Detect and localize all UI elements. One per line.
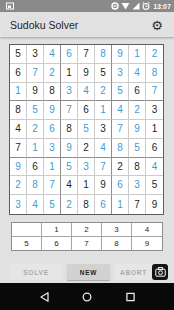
sudoku-cell-r5c5[interactable]: 5 <box>78 120 95 139</box>
recents-icon <box>126 292 135 302</box>
sudoku-cell-r5c4[interactable]: 8 <box>61 120 78 139</box>
settings-button[interactable]: ⚙ <box>148 16 166 34</box>
sudoku-cell-r8c1[interactable]: 2 <box>10 176 27 195</box>
sudoku-cell-r4c1[interactable]: 8 <box>10 101 27 120</box>
numpad-clear-cell[interactable] <box>12 223 42 237</box>
sudoku-cell-r1c1[interactable]: 5 <box>10 45 27 64</box>
numpad-digit-5[interactable]: 5 <box>12 237 42 251</box>
sudoku-cell-r2c8[interactable]: 4 <box>129 64 146 83</box>
sudoku-cell-r3c6[interactable]: 2 <box>95 83 112 102</box>
sudoku-cell-r9c7[interactable]: 1 <box>112 195 129 214</box>
numpad-digit-7[interactable]: 7 <box>72 237 102 251</box>
sudoku-cell-r2c3[interactable]: 2 <box>44 64 61 83</box>
wifi-icon <box>121 2 130 10</box>
network-circle-icon <box>111 2 119 10</box>
sudoku-cell-r3c7[interactable]: 5 <box>112 83 129 102</box>
sudoku-board: 5346789126721953481983425678597614234268… <box>9 44 164 215</box>
numpad-digit-8[interactable]: 8 <box>102 237 132 251</box>
sudoku-cell-r8c5[interactable]: 1 <box>78 176 95 195</box>
sudoku-cell-r3c8[interactable]: 6 <box>129 83 146 102</box>
sudoku-cell-r3c3[interactable]: 8 <box>44 83 61 102</box>
sudoku-cell-r5c3[interactable]: 6 <box>44 120 61 139</box>
sudoku-cell-r5c7[interactable]: 7 <box>112 120 129 139</box>
sudoku-cell-r2c5[interactable]: 9 <box>78 64 95 83</box>
recents-button[interactable] <box>125 292 135 302</box>
navigation-bar <box>0 283 174 310</box>
sudoku-cell-r2c6[interactable]: 5 <box>95 64 112 83</box>
sudoku-cell-r3c1[interactable]: 1 <box>10 83 27 102</box>
sudoku-cell-r9c6[interactable]: 6 <box>95 195 112 214</box>
sudoku-cell-r5c1[interactable]: 4 <box>10 120 27 139</box>
back-icon <box>40 292 49 302</box>
camera-button[interactable] <box>152 264 168 280</box>
numpad-digit-4[interactable]: 4 <box>132 223 162 237</box>
sudoku-cell-r6c8[interactable]: 5 <box>129 139 146 158</box>
sudoku-cell-r3c5[interactable]: 4 <box>78 83 95 102</box>
sudoku-cell-r9c4[interactable]: 2 <box>61 195 78 214</box>
sudoku-cell-r9c9[interactable]: 9 <box>146 195 163 214</box>
sudoku-cell-r6c7[interactable]: 8 <box>112 139 129 158</box>
sudoku-cell-r7c7[interactable]: 2 <box>112 158 129 177</box>
sudoku-cell-r6c2[interactable]: 1 <box>27 139 44 158</box>
sudoku-cell-r1c9[interactable]: 2 <box>146 45 163 64</box>
numpad-digit-9[interactable]: 9 <box>132 237 162 251</box>
sudoku-cell-r4c5[interactable]: 6 <box>78 101 95 120</box>
numpad-digit-1[interactable]: 1 <box>42 223 72 237</box>
gear-icon: ⚙ <box>151 19 163 32</box>
sudoku-cell-r7c1[interactable]: 9 <box>10 158 27 177</box>
sudoku-cell-r2c7[interactable]: 3 <box>112 64 129 83</box>
sudoku-cell-r2c2[interactable]: 7 <box>27 64 44 83</box>
solve-button[interactable]: SOLVE <box>10 264 62 280</box>
sudoku-cell-r9c5[interactable]: 8 <box>78 195 95 214</box>
sudoku-cell-r4c2[interactable]: 5 <box>27 101 44 120</box>
sudoku-cell-r5c6[interactable]: 3 <box>95 120 112 139</box>
page-title: Sudoku Solver <box>10 19 78 31</box>
numpad-digit-3[interactable]: 3 <box>102 223 132 237</box>
sudoku-cell-r5c9[interactable]: 1 <box>146 120 163 139</box>
sudoku-cell-r1c4[interactable]: 6 <box>61 45 78 64</box>
numpad-digit-2[interactable]: 2 <box>72 223 102 237</box>
action-bar: SOLVE NEW ABORT <box>0 264 174 281</box>
screenshot-icon <box>6 2 14 10</box>
sudoku-cell-r5c8[interactable]: 9 <box>129 120 146 139</box>
sudoku-cell-r3c2[interactable]: 9 <box>27 83 44 102</box>
home-button[interactable] <box>82 292 92 302</box>
sudoku-cell-r7c6[interactable]: 7 <box>95 158 112 177</box>
sudoku-cell-r1c2[interactable]: 3 <box>27 45 44 64</box>
sudoku-cell-r4c4[interactable]: 7 <box>61 101 78 120</box>
abort-button[interactable]: ABORT <box>115 264 152 280</box>
new-button[interactable]: NEW <box>67 264 110 280</box>
sudoku-cell-r4c6[interactable]: 1 <box>95 101 112 120</box>
sudoku-cell-r8c4[interactable]: 4 <box>61 176 78 195</box>
sudoku-cell-r2c1[interactable]: 6 <box>10 64 27 83</box>
sudoku-cell-r9c8[interactable]: 7 <box>129 195 146 214</box>
sudoku-cell-r6c4[interactable]: 9 <box>61 139 78 158</box>
status-bar: 13:07 <box>0 0 174 12</box>
number-pad: 123456789 <box>11 222 163 251</box>
status-time: 13:07 <box>153 3 171 10</box>
sudoku-cell-r6c5[interactable]: 2 <box>78 139 95 158</box>
sudoku-cell-r6c1[interactable]: 7 <box>10 139 27 158</box>
sudoku-cell-r7c4[interactable]: 5 <box>61 158 78 177</box>
sudoku-cell-r7c2[interactable]: 6 <box>27 158 44 177</box>
sudoku-cell-r1c8[interactable]: 1 <box>129 45 146 64</box>
sudoku-solver-app: 13:07 Sudoku Solver ⚙ 534678912672195348… <box>0 0 174 310</box>
sudoku-cell-r7c5[interactable]: 3 <box>78 158 95 177</box>
camera-icon <box>155 267 166 277</box>
app-bar: Sudoku Solver ⚙ <box>0 12 174 37</box>
sudoku-cell-r4c7[interactable]: 4 <box>112 101 129 120</box>
sudoku-cell-r1c6[interactable]: 8 <box>95 45 112 64</box>
sudoku-cell-r5c2[interactable]: 2 <box>27 120 44 139</box>
numpad-digit-6[interactable]: 6 <box>42 237 72 251</box>
sudoku-cell-r2c9[interactable]: 8 <box>146 64 163 83</box>
home-icon <box>82 292 92 302</box>
sudoku-cell-r4c3[interactable]: 9 <box>44 101 61 120</box>
sudoku-cell-r1c7[interactable]: 9 <box>112 45 129 64</box>
sudoku-cell-r6c9[interactable]: 6 <box>146 139 163 158</box>
sudoku-cell-r9c3[interactable]: 5 <box>44 195 61 214</box>
sudoku-cell-r8c3[interactable]: 7 <box>44 176 61 195</box>
sudoku-cell-r8c8[interactable]: 3 <box>129 176 146 195</box>
sudoku-cell-r9c2[interactable]: 4 <box>27 195 44 214</box>
sudoku-cell-r8c7[interactable]: 6 <box>112 176 129 195</box>
sudoku-cell-r1c3[interactable]: 4 <box>44 45 61 64</box>
cellular-icon <box>132 2 140 10</box>
sudoku-cell-r6c6[interactable]: 4 <box>95 139 112 158</box>
sudoku-cell-r8c2[interactable]: 8 <box>27 176 44 195</box>
sudoku-cell-r4c8[interactable]: 2 <box>129 101 146 120</box>
sudoku-cell-r7c3[interactable]: 1 <box>44 158 61 177</box>
sudoku-cell-r7c9[interactable]: 4 <box>146 158 163 177</box>
sudoku-cell-r3c4[interactable]: 3 <box>61 83 78 102</box>
back-button[interactable] <box>39 292 49 302</box>
sudoku-cell-r8c9[interactable]: 5 <box>146 176 163 195</box>
sudoku-cell-r7c8[interactable]: 8 <box>129 158 146 177</box>
sudoku-cell-r6c3[interactable]: 3 <box>44 139 61 158</box>
sudoku-cell-r4c9[interactable]: 3 <box>146 101 163 120</box>
sudoku-cell-r2c4[interactable]: 1 <box>61 64 78 83</box>
sudoku-cell-r8c6[interactable]: 9 <box>95 176 112 195</box>
alarm-icon <box>142 2 150 10</box>
sudoku-cell-r9c1[interactable]: 3 <box>10 195 27 214</box>
sudoku-cell-r3c9[interactable]: 7 <box>146 83 163 102</box>
sudoku-cell-r1c5[interactable]: 7 <box>78 45 95 64</box>
